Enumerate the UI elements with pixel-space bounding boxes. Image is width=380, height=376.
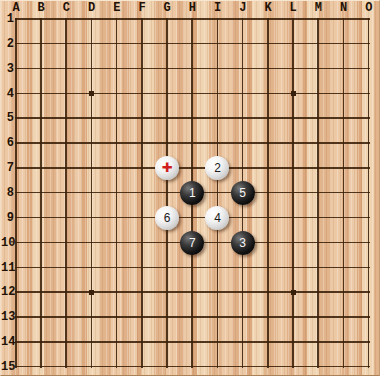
star-point-D4 (89, 91, 94, 96)
stone-number: 7 (180, 231, 204, 255)
star-point-L12 (291, 290, 296, 295)
stone-white-6-G9: 6 (155, 206, 179, 230)
stone-number: 1 (180, 181, 204, 205)
red-cross-marker-icon: ✚ (155, 156, 179, 180)
stone-white-marked-G7: ✚ (155, 156, 179, 180)
stone-number: 4 (205, 206, 229, 230)
stone-number: 2 (205, 156, 229, 180)
stone-white-2-I7: 2 (205, 156, 229, 180)
stone-number: 6 (155, 206, 179, 230)
stone-white-4-I9: 4 (205, 206, 229, 230)
stone-black-7-H10: 7 (180, 231, 204, 255)
gomoku-board: ABCDEFGHIJKLMNO 123456789101112131415 ✚2… (0, 0, 380, 376)
star-point-D12 (89, 290, 94, 295)
stone-black-1-H8: 1 (180, 181, 204, 205)
stone-black-3-J10: 3 (231, 231, 255, 255)
star-point-L4 (291, 91, 296, 96)
stone-number: 5 (231, 181, 255, 205)
board-grid[interactable]: ✚2156473 (3, 7, 380, 376)
stone-number: 3 (231, 231, 255, 255)
stone-black-5-J8: 5 (231, 181, 255, 205)
